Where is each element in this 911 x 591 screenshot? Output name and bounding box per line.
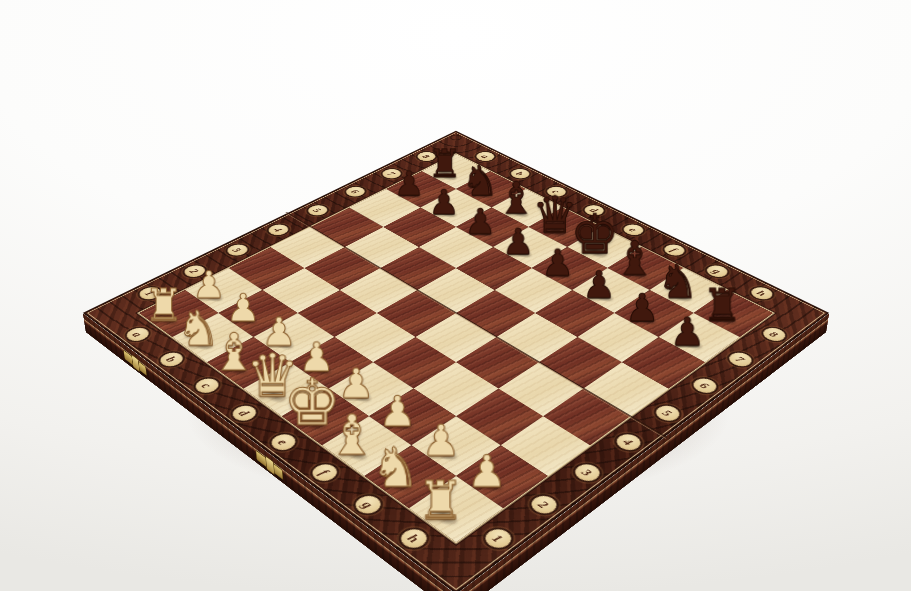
chess-board: abcdefgh abcdefgh 87654321 87654321 ♜♞♝♛…	[82, 131, 829, 591]
board-perspective-wrapper: abcdefgh abcdefgh 87654321 87654321 ♜♞♝♛…	[0, 0, 911, 591]
photo-backdrop: abcdefgh abcdefgh 87654321 87654321 ♜♞♝♛…	[0, 0, 911, 591]
